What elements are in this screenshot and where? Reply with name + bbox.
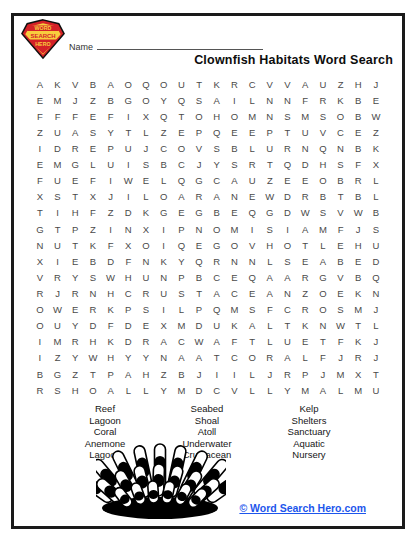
grid-cell: E [173,205,191,221]
grid-cell: F [332,334,350,350]
grid-cell: D [279,189,297,205]
grid-cell: N [279,92,297,108]
grid-cell: S [84,269,102,285]
word-column-3: KelpSheltersSanctuaryAquaticNursery [258,403,360,461]
grid-cell: M [296,108,314,124]
grid-cell: S [49,382,67,398]
grid-cell: H [119,269,137,285]
grid-cell: D [84,318,102,334]
grid-cell: R [296,189,314,205]
grid-cell: E [173,124,191,140]
grid-cell: U [367,237,385,253]
grid-cell: B [367,205,385,221]
grid-cell: L [243,92,261,108]
grid-cell: R [137,285,155,301]
grid-cell: V [332,269,350,285]
grid-cell: V [261,76,279,92]
grid-cell: E [243,189,261,205]
grid-cell: L [367,318,385,334]
grid-cell: B [84,76,102,92]
grid-cell: J [349,221,367,237]
grid-cell: M [173,318,191,334]
grid-cell: G [261,205,279,221]
grid-cell: L [332,382,350,398]
grid-cell: L [261,253,279,269]
grid-cell: R [261,350,279,366]
grid-cell: Y [102,124,120,140]
grid-cell: F [226,334,244,350]
grid-cell: W [102,269,120,285]
grid-cell: B [208,205,226,221]
grid-cell: H [208,108,226,124]
grid-cell: A [296,76,314,92]
grid-cell: R [84,302,102,318]
grid-cell: W [84,350,102,366]
grid-cell: T [66,237,84,253]
grid-cell: Y [155,382,173,398]
grid-cell: B [314,189,332,205]
grid-cell: T [296,237,314,253]
grid-cell: K [155,253,173,269]
word-entry: Sanctuary [258,426,360,438]
grid-cell: R [279,366,297,382]
grid-cell: S [226,157,244,173]
grid-cell: S [261,221,279,237]
logo-text-word: WORD [35,25,52,31]
grid-cell: I [226,366,244,382]
grid-cell: R [31,382,49,398]
grid-cell: F [102,108,120,124]
grid-cell: Z [261,173,279,189]
grid-cell: I [102,221,120,237]
grid-cell: T [190,285,208,301]
grid-cell: T [349,318,367,334]
grid-cell: I [155,221,173,237]
word-entry: Atoll [156,426,258,438]
grid-cell: X [119,237,137,253]
grid-cell: B [332,253,350,269]
grid-cell: C [208,173,226,189]
grid-cell: C [243,76,261,92]
grid-cell: T [49,221,67,237]
grid-cell: W [332,318,350,334]
grid-cell: R [208,253,226,269]
grid-cell: R [190,189,208,205]
grid-cell: A [208,92,226,108]
grid-cell: P [66,221,84,237]
grid-cell: U [49,173,67,189]
grid-cell: J [261,366,279,382]
grid-cell: B [155,157,173,173]
grid-cell: K [102,334,120,350]
grid-cell: N [31,237,49,253]
grid-cell: R [226,76,244,92]
grid-cell: Q [173,237,191,253]
grid-cell: N [243,253,261,269]
grid-cell: H [314,157,332,173]
grid-cell: E [66,173,84,189]
grid-cell: U [119,140,137,156]
grid-cell: A [208,334,226,350]
grid-cell: L [243,140,261,156]
grid-cell: C [226,350,244,366]
grid-cell: N [314,318,332,334]
grid-cell: W [190,334,208,350]
grid-cell: Y [173,253,191,269]
grid-cell: N [332,140,350,156]
grid-cell: E [367,92,385,108]
grid-cell: R [279,140,297,156]
grid-cell: S [314,108,332,124]
grid-cell: P [102,366,120,382]
grid-cell: E [296,173,314,189]
grid-cell: V [332,205,350,221]
grid-cell: H [349,76,367,92]
grid-cell: E [226,269,244,285]
grid-cell: R [296,269,314,285]
grid-cell: K [296,318,314,334]
grid-cell: U [367,382,385,398]
grid-cell: I [31,334,49,350]
grid-cell: L [261,318,279,334]
grid-cell: Y [279,382,297,398]
grid-cell: Y [137,350,155,366]
grid-cell: G [190,205,208,221]
grid-cell: X [31,253,49,269]
grid-cell: F [31,173,49,189]
grid-cell: S [208,140,226,156]
grid-cell: Q [190,253,208,269]
grid-cell: P [190,124,208,140]
grid-cell: B [349,92,367,108]
grid-cell: V [279,76,297,92]
grid-cell: T [66,189,84,205]
grid-cell: A [261,285,279,301]
grid-cell: L [367,189,385,205]
grid-cell: B [190,269,208,285]
grid-cell: T [190,76,208,92]
grid-cell: W [367,108,385,124]
grid-cell: O [155,76,173,92]
grid-cell: L [137,382,155,398]
grid-cell: P [119,302,137,318]
grid-cell: Y [155,92,173,108]
grid-cell: Q [243,205,261,221]
letter-grid: AKVBAOQOUTKRCVVAUZHJEMJZBGOYQSAILNNFRKBE… [31,76,385,398]
logo-text-hero: HERO [35,41,50,47]
grid-cell: H [66,205,84,221]
grid-cell: O [137,92,155,108]
grid-cell: K [84,237,102,253]
grid-cell: S [49,189,67,205]
grid-cell: K [49,76,67,92]
grid-cell: E [226,205,244,221]
word-search-hero-logo: WORD SEARCH HERO [21,18,65,60]
grid-cell: T [314,334,332,350]
grid-cell: U [137,269,155,285]
grid-cell: I [243,221,261,237]
grid-cell: J [190,157,208,173]
grid-cell: T [31,205,49,221]
grid-cell: E [279,173,297,189]
grid-cell: E [332,285,350,301]
grid-cell: P [102,140,120,156]
grid-cell: Z [84,221,102,237]
grid-cell: R [31,285,49,301]
grid-cell: R [49,269,67,285]
grid-cell: R [349,350,367,366]
grid-cell: R [349,173,367,189]
grid-cell: C [173,334,191,350]
grid-cell: X [137,108,155,124]
grid-cell: C [119,285,137,301]
grid-cell: I [49,205,67,221]
grid-cell: T [84,366,102,382]
grid-cell: Q [173,92,191,108]
grid-cell: E [349,124,367,140]
grid-cell: Q [208,124,226,140]
grid-cell: L [119,382,137,398]
grid-cell: U [208,318,226,334]
grid-cell: Q [243,269,261,285]
grid-cell: O [137,237,155,253]
grid-cell: Q [155,108,173,124]
grid-cell: G [314,269,332,285]
grid-cell: Q [208,302,226,318]
grid-cell: C [332,124,350,140]
grid-cell: O [31,318,49,334]
grid-cell: F [84,173,102,189]
grid-cell: Q [314,140,332,156]
grid-cell: O [243,350,261,366]
grid-cell: M [296,382,314,398]
grid-cell: D [49,140,67,156]
grid-cell: T [261,157,279,173]
grid-cell: A [190,350,208,366]
grid-cell: O [279,237,297,253]
grid-cell: H [66,382,84,398]
grid-cell: S [332,157,350,173]
grid-cell: V [314,124,332,140]
grid-cell: K [367,140,385,156]
grid-cell: L [137,124,155,140]
grid-cell: F [102,318,120,334]
name-blank-line [97,40,263,50]
grid-cell: M [243,108,261,124]
grid-cell: Z [66,366,84,382]
grid-cell: E [243,285,261,301]
grid-cell: F [84,205,102,221]
grid-cell: H [349,237,367,253]
grid-cell: E [84,140,102,156]
grid-cell: J [367,302,385,318]
grid-cell: L [243,382,261,398]
grid-cell: E [296,334,314,350]
grid-cell: B [332,173,350,189]
grid-cell: P [296,366,314,382]
grid-cell: E [226,124,244,140]
grid-cell: G [119,92,137,108]
grid-cell: D [296,157,314,173]
grid-cell: F [261,302,279,318]
grid-cell: A [31,76,49,92]
grid-cell: M [226,302,244,318]
grid-cell: O [332,108,350,124]
grid-cell: O [208,221,226,237]
grid-cell: X [137,221,155,237]
grid-cell: J [332,350,350,366]
grid-cell: H [102,350,120,366]
grid-cell: E [66,302,84,318]
grid-cell: G [31,221,49,237]
grid-cell: C [155,140,173,156]
grid-cell: Q [367,269,385,285]
grid-cell: S [243,302,261,318]
grid-cell: L [173,302,191,318]
grid-cell: M [49,157,67,173]
grid-cell: N [155,269,173,285]
grid-cell: V [31,269,49,285]
grid-cell: O [119,76,137,92]
grid-cell: S [314,205,332,221]
grid-cell: E [190,237,208,253]
grid-cell: U [49,318,67,334]
copyright-link[interactable]: © Word Search Hero.com [239,502,366,514]
grid-cell: J [367,76,385,92]
grid-cell: R [66,140,84,156]
grid-cell: C [208,269,226,285]
grid-cell: K [349,285,367,301]
grid-cell: U [279,334,297,350]
grid-cell: C [226,285,244,301]
grid-cell: P [173,269,191,285]
grid-cell: Z [84,92,102,108]
grid-cell: C [208,382,226,398]
grid-cell: I [119,108,137,124]
grid-cell: G [208,237,226,253]
grid-cell: A [155,334,173,350]
grid-cell: A [102,76,120,92]
grid-cell: P [190,302,208,318]
name-label: Name [69,42,93,52]
grid-cell: O [31,302,49,318]
grid-cell: X [84,189,102,205]
grid-cell: L [84,157,102,173]
grid-cell: U [296,124,314,140]
grid-cell: L [155,173,173,189]
grid-cell: A [226,173,244,189]
grid-cell: U [49,124,67,140]
grid-cell: E [137,173,155,189]
grid-cell: X [349,366,367,382]
grid-cell: A [279,269,297,285]
grid-cell: L [137,189,155,205]
grid-cell: Z [102,205,120,221]
grid-cell: H [84,334,102,350]
word-entry: Nursery [258,449,360,461]
grid-cell: K [349,334,367,350]
grid-cell: B [102,92,120,108]
grid-cell: Z [367,124,385,140]
grid-cell: Z [31,124,49,140]
grid-cell: T [332,189,350,205]
grid-cell: O [226,237,244,253]
grid-cell: B [349,269,367,285]
grid-cell: R [314,92,332,108]
grid-cell: U [173,76,191,92]
grid-cell: M [173,382,191,398]
grid-cell: L [296,350,314,366]
grid-cell: S [173,285,191,301]
grid-cell: E [296,253,314,269]
grid-cell: Z [155,366,173,382]
grid-cell: O [173,140,191,156]
grid-cell: B [31,366,49,382]
grid-cell: S [279,108,297,124]
grid-cell: N [226,189,244,205]
grid-cell: U [243,173,261,189]
grid-cell: A [102,382,120,398]
grid-cell: B [226,140,244,156]
grid-cell: S [332,302,350,318]
grid-cell: Y [66,318,84,334]
grid-cell: M [349,382,367,398]
grid-cell: A [296,221,314,237]
grid-cell: A [243,318,261,334]
grid-cell: W [119,173,137,189]
grid-cell: I [119,189,137,205]
grid-cell: M [49,92,67,108]
worksheet-page: WORD SEARCH HERO Name Clownfish Habitats… [11,13,405,529]
grid-cell: D [119,205,137,221]
grid-cell: D [190,382,208,398]
grid-cell: H [137,366,155,382]
grid-cell: I [155,237,173,253]
grid-cell: U [102,157,120,173]
grid-cell: B [84,253,102,269]
grid-cell: N [226,253,244,269]
grid-cell: A [66,124,84,140]
word-entry: Seabed [156,403,258,415]
grid-cell: E [243,124,261,140]
grid-cell: O [314,302,332,318]
grid-cell: G [190,173,208,189]
word-entry: Coral [54,426,156,438]
grid-cell: M [314,221,332,237]
grid-cell: N [261,92,279,108]
grid-cell: A [261,269,279,285]
grid-cell: Z [332,76,350,92]
grid-cell: F [332,221,350,237]
grid-cell: K [102,302,120,318]
grid-cell: S [137,157,155,173]
grid-cell: O [226,108,244,124]
grid-cell: V [66,76,84,92]
grid-cell: U [155,285,173,301]
grid-cell: M [49,334,67,350]
grid-cell: O [314,173,332,189]
grid-cell: P [261,124,279,140]
grid-cell: U [314,76,332,92]
grid-cell: A [119,366,137,382]
grid-cell: R [296,302,314,318]
grid-cell: G [155,205,173,221]
grid-cell: L [261,382,279,398]
grid-cell: N [119,221,137,237]
grid-cell: A [314,382,332,398]
grid-cell: X [31,189,49,205]
word-entry: Kelp [258,403,360,415]
